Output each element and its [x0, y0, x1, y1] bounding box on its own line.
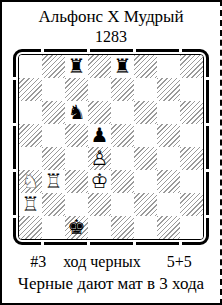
square-h8	[180, 55, 203, 78]
square-g2	[157, 193, 180, 216]
square-h2	[180, 193, 203, 216]
square-g4	[157, 147, 180, 170]
border-tick	[41, 49, 44, 52]
border-tick	[206, 169, 209, 172]
square-g7	[157, 78, 180, 101]
border-tick	[13, 77, 16, 80]
square-a3: ♞♘	[19, 170, 42, 193]
square-d6	[88, 101, 111, 124]
square-f1	[134, 216, 157, 239]
square-b3: ♜♖	[42, 170, 65, 193]
white-rook-b3: ♖	[42, 170, 65, 193]
stipulation-label: #3	[30, 252, 46, 271]
problem-subtitle: Черные дают мат в 3 хода	[18, 273, 204, 294]
board: ♜♜♞♟♟♙♞♘♜♖♚♔♜♖♚	[19, 55, 203, 239]
square-a1	[19, 216, 42, 239]
board-frame: ♜♜♞♟♟♙♞♘♜♖♚♔♜♖♚	[13, 49, 209, 245]
white-pawn-fill: ♟	[88, 147, 111, 170]
square-h5	[180, 124, 203, 147]
white-knight-fill: ♞	[19, 170, 42, 193]
square-b5	[42, 124, 65, 147]
border-tick	[13, 215, 16, 218]
white-king-d3: ♔	[88, 170, 111, 193]
square-b8	[42, 55, 65, 78]
square-d4: ♟♙	[88, 147, 111, 170]
square-e5	[111, 124, 134, 147]
square-e1	[111, 216, 134, 239]
square-c6: ♞	[65, 101, 88, 124]
border-tick	[179, 49, 182, 52]
square-d1	[88, 216, 111, 239]
square-c2	[65, 193, 88, 216]
white-king-fill: ♚	[88, 170, 111, 193]
square-b4	[42, 147, 65, 170]
square-a2: ♜♖	[19, 193, 42, 216]
border-tick	[206, 215, 209, 218]
square-c1: ♚	[65, 216, 88, 239]
square-c3	[65, 170, 88, 193]
square-b6	[42, 101, 65, 124]
square-c8: ♜	[65, 55, 88, 78]
square-h4	[180, 147, 203, 170]
border-tick	[179, 242, 182, 245]
square-e4	[111, 147, 134, 170]
square-g3	[157, 170, 180, 193]
square-f5	[134, 124, 157, 147]
square-a8	[19, 55, 42, 78]
square-f7	[134, 78, 157, 101]
square-a5	[19, 124, 42, 147]
square-f3	[134, 170, 157, 193]
border-tick	[13, 123, 16, 126]
square-f6	[134, 101, 157, 124]
border-tick	[87, 49, 90, 52]
white-knight-a3: ♘	[19, 170, 42, 193]
square-d3: ♚♔	[88, 170, 111, 193]
square-f2	[134, 193, 157, 216]
square-e6	[111, 101, 134, 124]
square-d8	[88, 55, 111, 78]
square-h1	[180, 216, 203, 239]
square-c4	[65, 147, 88, 170]
border-tick	[41, 242, 44, 245]
square-f8	[134, 55, 157, 78]
material-count-label: 5+5	[167, 252, 192, 271]
square-e2	[111, 193, 134, 216]
black-pawn-d5: ♟	[88, 124, 111, 147]
square-g8	[157, 55, 180, 78]
white-rook-fill: ♜	[19, 193, 42, 216]
problem-year: 1283	[95, 27, 127, 46]
square-g1	[157, 216, 180, 239]
border-tick	[13, 169, 16, 172]
square-a6	[19, 101, 42, 124]
square-b2	[42, 193, 65, 216]
black-rook-c8: ♜	[65, 55, 88, 78]
white-rook-a2: ♖	[19, 193, 42, 216]
board-border: ♜♜♞♟♟♙♞♘♜♖♚♔♜♖♚	[18, 54, 204, 240]
square-g6	[157, 101, 180, 124]
square-b7	[42, 78, 65, 101]
square-e8: ♜	[111, 55, 134, 78]
stipulation-row: #3 ход черных 5+5	[30, 252, 192, 271]
black-rook-e8: ♜	[111, 55, 134, 78]
square-a7	[19, 78, 42, 101]
problem-title: Альфонс X Мудрый	[38, 6, 183, 27]
border-tick	[133, 242, 136, 245]
square-g5	[157, 124, 180, 147]
square-h6	[180, 101, 203, 124]
square-d7	[88, 78, 111, 101]
border-tick	[133, 49, 136, 52]
problem-card: Альфонс X Мудрый 1283 ♜♜♞♟♟♙♞♘♜♖♚♔♜♖♚ #3…	[0, 0, 222, 305]
border-tick	[206, 77, 209, 80]
border-tick	[87, 242, 90, 245]
square-h3	[180, 170, 203, 193]
square-c7	[65, 78, 88, 101]
black-knight-c6: ♞	[65, 101, 88, 124]
square-h7	[180, 78, 203, 101]
square-d2	[88, 193, 111, 216]
square-b1	[42, 216, 65, 239]
side-to-move-label: ход черных	[63, 252, 141, 271]
white-rook-fill: ♜	[42, 170, 65, 193]
square-e3	[111, 170, 134, 193]
square-c5	[65, 124, 88, 147]
black-king-c1: ♚	[65, 216, 88, 239]
border-tick	[206, 123, 209, 126]
square-e7	[111, 78, 134, 101]
white-pawn-d4: ♙	[88, 147, 111, 170]
square-d5: ♟	[88, 124, 111, 147]
square-a4	[19, 147, 42, 170]
square-f4	[134, 147, 157, 170]
